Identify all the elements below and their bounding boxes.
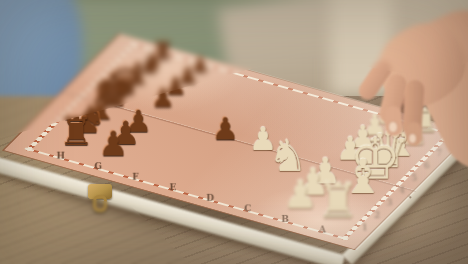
clasp-loop (93, 195, 107, 212)
fingernail (389, 122, 397, 132)
brass-clasp (88, 184, 112, 216)
chess-game-photo: HGFEDCBA12345678 ♜♝♚♛♝♞♜♟♟♟♟♟♟♟♞♟♟♟♟♟♟♟♟… (0, 0, 468, 264)
fingernail (409, 134, 416, 143)
